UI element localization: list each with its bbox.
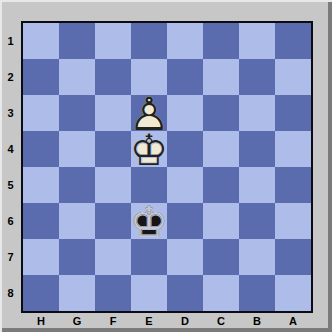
square-f5[interactable] xyxy=(95,167,131,203)
square-a6[interactable] xyxy=(275,203,311,239)
square-d8[interactable] xyxy=(167,275,203,311)
white-king-outline-glyph: ♔ xyxy=(130,129,169,172)
square-f7[interactable] xyxy=(95,239,131,275)
square-g1[interactable] xyxy=(59,23,95,59)
square-b7[interactable] xyxy=(239,239,275,275)
square-d1[interactable] xyxy=(167,23,203,59)
rank-label-4: 4 xyxy=(0,131,21,167)
black-king-e6[interactable]: ♚♔ xyxy=(131,203,167,239)
square-b3[interactable] xyxy=(239,95,275,131)
square-h3[interactable] xyxy=(23,95,59,131)
rank-label-8: 8 xyxy=(0,275,21,311)
rank-label-2: 2 xyxy=(0,59,21,95)
square-a4[interactable] xyxy=(275,131,311,167)
file-label-f: F xyxy=(95,312,131,329)
square-h5[interactable] xyxy=(23,167,59,203)
square-b2[interactable] xyxy=(239,59,275,95)
square-e6[interactable]: ♚♔ xyxy=(131,203,167,239)
square-c4[interactable] xyxy=(203,131,239,167)
square-c7[interactable] xyxy=(203,239,239,275)
square-b6[interactable] xyxy=(239,203,275,239)
rank-label-3: 3 xyxy=(0,95,21,131)
square-d2[interactable] xyxy=(167,59,203,95)
square-e7[interactable] xyxy=(131,239,167,275)
file-label-e: E xyxy=(131,312,167,329)
square-h6[interactable] xyxy=(23,203,59,239)
rank-labels: 12345678 xyxy=(0,23,21,311)
black-king-outline-glyph: ♔ xyxy=(130,201,169,244)
square-b4[interactable] xyxy=(239,131,275,167)
square-b5[interactable] xyxy=(239,167,275,203)
square-c5[interactable] xyxy=(203,167,239,203)
file-label-h: H xyxy=(23,312,59,329)
square-e1[interactable] xyxy=(131,23,167,59)
square-c8[interactable] xyxy=(203,275,239,311)
square-f8[interactable] xyxy=(95,275,131,311)
square-d3[interactable] xyxy=(167,95,203,131)
square-a8[interactable] xyxy=(275,275,311,311)
board: ♟♙♚♔♚♔ xyxy=(21,21,313,313)
square-f2[interactable] xyxy=(95,59,131,95)
white-king-e4[interactable]: ♚♔ xyxy=(131,131,167,167)
square-g7[interactable] xyxy=(59,239,95,275)
square-c3[interactable] xyxy=(203,95,239,131)
square-a2[interactable] xyxy=(275,59,311,95)
square-e4[interactable]: ♚♔ xyxy=(131,131,167,167)
square-h7[interactable] xyxy=(23,239,59,275)
square-f4[interactable] xyxy=(95,131,131,167)
file-label-g: G xyxy=(59,312,95,329)
square-d7[interactable] xyxy=(167,239,203,275)
square-e8[interactable] xyxy=(131,275,167,311)
square-a5[interactable] xyxy=(275,167,311,203)
rank-label-1: 1 xyxy=(0,23,21,59)
rank-label-7: 7 xyxy=(0,239,21,275)
rank-label-6: 6 xyxy=(0,203,21,239)
file-label-c: C xyxy=(203,312,239,329)
square-b1[interactable] xyxy=(239,23,275,59)
chessboard-frame: 12345678 ♟♙♚♔♚♔ HGFEDCBA xyxy=(0,0,332,332)
square-g3[interactable] xyxy=(59,95,95,131)
square-c2[interactable] xyxy=(203,59,239,95)
square-d6[interactable] xyxy=(167,203,203,239)
square-d4[interactable] xyxy=(167,131,203,167)
square-f1[interactable] xyxy=(95,23,131,59)
square-f6[interactable] xyxy=(95,203,131,239)
square-g5[interactable] xyxy=(59,167,95,203)
square-h4[interactable] xyxy=(23,131,59,167)
square-h8[interactable] xyxy=(23,275,59,311)
square-h2[interactable] xyxy=(23,59,59,95)
square-a1[interactable] xyxy=(275,23,311,59)
square-b8[interactable] xyxy=(239,275,275,311)
file-labels: HGFEDCBA xyxy=(23,312,311,329)
square-a7[interactable] xyxy=(275,239,311,275)
file-label-d: D xyxy=(167,312,203,329)
square-c6[interactable] xyxy=(203,203,239,239)
square-g6[interactable] xyxy=(59,203,95,239)
square-f3[interactable] xyxy=(95,95,131,131)
rank-label-5: 5 xyxy=(0,167,21,203)
square-c1[interactable] xyxy=(203,23,239,59)
square-g4[interactable] xyxy=(59,131,95,167)
file-label-a: A xyxy=(275,312,311,329)
square-d5[interactable] xyxy=(167,167,203,203)
square-a3[interactable] xyxy=(275,95,311,131)
square-g2[interactable] xyxy=(59,59,95,95)
file-label-b: B xyxy=(239,312,275,329)
square-h1[interactable] xyxy=(23,23,59,59)
square-g8[interactable] xyxy=(59,275,95,311)
